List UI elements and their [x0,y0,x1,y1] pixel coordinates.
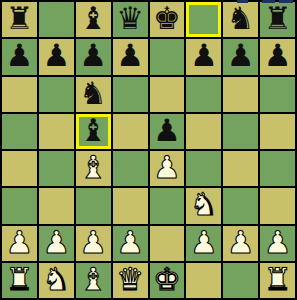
screen-edge-artifact [262,0,275,3]
square-f1[interactable] [186,263,221,298]
piece-black-knight: ♞ [79,78,107,109]
square-b1[interactable]: ♞ [39,263,74,298]
square-g5[interactable] [223,114,258,149]
chess-board: ♜♝♛♚♞♜♟♟♟♟♟♟♟♞♝♟♝♟♞♟♟♟♟♟♟♟♜♞♝♛♚♜ [0,0,297,300]
piece-black-knight: ♞ [227,3,255,34]
square-a6[interactable] [2,77,37,112]
piece-black-pawn: ♟ [79,40,107,71]
square-c4[interactable]: ♝ [76,151,111,186]
piece-white-bishop: ♝ [79,152,107,183]
square-g2[interactable]: ♟ [223,226,258,261]
square-d7[interactable]: ♟ [113,39,148,74]
piece-white-pawn: ♟ [6,227,34,258]
piece-white-knight: ♞ [42,264,70,295]
piece-black-rook: ♜ [264,3,292,34]
square-e1[interactable]: ♚ [150,263,185,298]
square-c8[interactable]: ♝ [76,2,111,37]
square-b6[interactable] [39,77,74,112]
piece-white-pawn: ♟ [153,152,181,183]
piece-white-pawn: ♟ [116,227,144,258]
square-e6[interactable] [150,77,185,112]
square-g4[interactable] [223,151,258,186]
square-c5[interactable]: ♝ [76,114,111,149]
square-f2[interactable]: ♟ [186,226,221,261]
square-b2[interactable]: ♟ [39,226,74,261]
square-b7[interactable]: ♟ [39,39,74,74]
square-c2[interactable]: ♟ [76,226,111,261]
square-b8[interactable] [39,2,74,37]
square-f5[interactable] [186,114,221,149]
piece-white-pawn: ♟ [264,227,292,258]
screen-edge-artifact [279,0,293,3]
chess-app-window: ♜♝♛♚♞♜♟♟♟♟♟♟♟♞♝♟♝♟♞♟♟♟♟♟♟♟♜♞♝♛♚♜ [0,0,297,300]
piece-black-rook: ♜ [6,3,34,34]
square-c1[interactable]: ♝ [76,263,111,298]
square-d5[interactable] [113,114,148,149]
piece-black-pawn: ♟ [264,40,292,71]
square-a8[interactable]: ♜ [2,2,37,37]
square-e5[interactable]: ♟ [150,114,185,149]
square-e2[interactable] [150,226,185,261]
piece-black-pawn: ♟ [6,40,34,71]
square-a5[interactable] [2,114,37,149]
square-a3[interactable] [2,188,37,223]
square-h1[interactable]: ♜ [260,263,295,298]
square-d6[interactable] [113,77,148,112]
square-g3[interactable] [223,188,258,223]
piece-white-pawn: ♟ [227,227,255,258]
square-f7[interactable]: ♟ [186,39,221,74]
piece-white-rook: ♜ [6,264,34,295]
square-f8[interactable] [186,2,221,37]
square-h4[interactable] [260,151,295,186]
square-c6[interactable]: ♞ [76,77,111,112]
piece-black-pawn: ♟ [42,40,70,71]
square-h2[interactable]: ♟ [260,226,295,261]
square-g8[interactable]: ♞ [223,2,258,37]
square-c7[interactable]: ♟ [76,39,111,74]
square-a7[interactable]: ♟ [2,39,37,74]
piece-white-knight: ♞ [190,189,218,220]
square-d2[interactable]: ♟ [113,226,148,261]
square-e4[interactable]: ♟ [150,151,185,186]
piece-black-pawn: ♟ [116,40,144,71]
piece-black-pawn: ♟ [190,40,218,71]
square-a4[interactable] [2,151,37,186]
piece-white-pawn: ♟ [190,227,218,258]
piece-white-queen: ♛ [116,264,144,295]
piece-white-king: ♚ [153,264,181,295]
piece-black-king: ♚ [153,3,181,34]
square-c3[interactable] [76,188,111,223]
square-g6[interactable] [223,77,258,112]
square-a1[interactable]: ♜ [2,263,37,298]
square-e3[interactable] [150,188,185,223]
square-d3[interactable] [113,188,148,223]
square-b5[interactable] [39,114,74,149]
piece-black-bishop: ♝ [79,115,107,146]
square-b3[interactable] [39,188,74,223]
screen-edge-artifact [237,0,248,3]
square-h6[interactable] [260,77,295,112]
square-h8[interactable]: ♜ [260,2,295,37]
square-g7[interactable]: ♟ [223,39,258,74]
square-e8[interactable]: ♚ [150,2,185,37]
piece-white-pawn: ♟ [79,227,107,258]
piece-white-rook: ♜ [264,264,292,295]
square-h7[interactable]: ♟ [260,39,295,74]
piece-white-pawn: ♟ [42,227,70,258]
square-f3[interactable]: ♞ [186,188,221,223]
piece-black-pawn: ♟ [227,40,255,71]
piece-black-pawn: ♟ [153,115,181,146]
square-d4[interactable] [113,151,148,186]
square-b4[interactable] [39,151,74,186]
square-h5[interactable] [260,114,295,149]
square-e7[interactable] [150,39,185,74]
square-a2[interactable]: ♟ [2,226,37,261]
square-f6[interactable] [186,77,221,112]
square-d1[interactable]: ♛ [113,263,148,298]
square-d8[interactable]: ♛ [113,2,148,37]
piece-black-bishop: ♝ [79,3,107,34]
square-f4[interactable] [186,151,221,186]
square-h3[interactable] [260,188,295,223]
piece-white-bishop: ♝ [79,264,107,295]
piece-black-queen: ♛ [116,3,144,34]
square-g1[interactable] [223,263,258,298]
